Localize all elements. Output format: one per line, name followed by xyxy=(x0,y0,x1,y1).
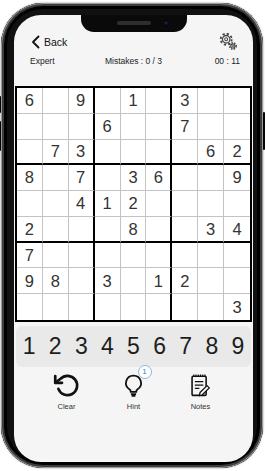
cell-r7c3[interactable] xyxy=(69,243,95,269)
clear-label: Clear xyxy=(58,402,76,411)
cell-r6c9[interactable]: 4 xyxy=(224,217,250,243)
cell-r3c7[interactable] xyxy=(172,140,198,166)
back-label: Back xyxy=(44,36,67,48)
back-button[interactable]: Back xyxy=(31,35,67,49)
cell-r4c2[interactable] xyxy=(43,165,69,191)
cell-r1c4[interactable] xyxy=(95,88,121,114)
cell-r9c3[interactable] xyxy=(69,294,95,320)
cell-r2c5[interactable] xyxy=(121,114,147,140)
cell-r4c6[interactable]: 6 xyxy=(146,165,172,191)
cell-r8c7[interactable]: 2 xyxy=(172,268,198,294)
cell-r8c8[interactable] xyxy=(198,268,224,294)
cell-r7c4[interactable] xyxy=(95,243,121,269)
cell-r9c1[interactable] xyxy=(17,294,43,320)
cell-r9c8[interactable] xyxy=(198,294,224,320)
cell-r3c3[interactable]: 3 xyxy=(69,140,95,166)
numpad-7[interactable]: 7 xyxy=(173,333,199,360)
cell-r2c7[interactable]: 7 xyxy=(172,114,198,140)
cell-r2c6[interactable] xyxy=(146,114,172,140)
cell-r8c2[interactable]: 8 xyxy=(43,268,69,294)
cell-r1c3[interactable]: 9 xyxy=(69,88,95,114)
cell-r5c3[interactable]: 4 xyxy=(69,191,95,217)
cell-r1c9[interactable] xyxy=(224,88,250,114)
cell-r2c2[interactable] xyxy=(43,114,69,140)
cell-r5c2[interactable] xyxy=(43,191,69,217)
cell-r7c2[interactable] xyxy=(43,243,69,269)
cell-r2c4[interactable]: 6 xyxy=(95,114,121,140)
cell-r4c1[interactable]: 8 xyxy=(17,165,43,191)
phone-frame: Back E xyxy=(1,3,263,468)
hint-label: Hint xyxy=(127,402,140,411)
cell-r1c5[interactable]: 1 xyxy=(121,88,147,114)
cell-r3c6[interactable] xyxy=(146,140,172,166)
cell-r3c2[interactable]: 7 xyxy=(43,140,69,166)
cell-r6c5[interactable]: 8 xyxy=(121,217,147,243)
numpad-9[interactable]: 9 xyxy=(225,333,251,360)
cell-r1c7[interactable]: 3 xyxy=(172,88,198,114)
cell-r6c3[interactable] xyxy=(69,217,95,243)
cell-r9c4[interactable] xyxy=(95,294,121,320)
cell-r6c7[interactable] xyxy=(172,217,198,243)
chevron-left-icon xyxy=(31,35,40,49)
notes-label: Notes xyxy=(191,402,211,411)
numpad-3[interactable]: 3 xyxy=(68,333,94,360)
phone-mockup: Back E xyxy=(0,0,265,471)
cell-r7c5[interactable] xyxy=(121,243,147,269)
cell-r1c6[interactable] xyxy=(146,88,172,114)
undo-arrow-icon xyxy=(53,372,80,399)
cell-r7c7[interactable] xyxy=(172,243,198,269)
cell-r4c8[interactable] xyxy=(198,165,224,191)
number-pad: 123456789 xyxy=(16,326,251,367)
cell-r7c8[interactable] xyxy=(198,243,224,269)
cell-r1c8[interactable] xyxy=(198,88,224,114)
cell-r3c1[interactable] xyxy=(17,140,43,166)
cell-r4c3[interactable]: 7 xyxy=(69,165,95,191)
cell-r5c4[interactable]: 1 xyxy=(95,191,121,217)
cell-r7c6[interactable] xyxy=(146,243,172,269)
cell-r1c2[interactable] xyxy=(43,88,69,114)
cell-r3c8[interactable]: 6 xyxy=(198,140,224,166)
status-row: Expert Mistakes : 0 / 3 00 : 11 xyxy=(14,56,253,68)
cell-r4c9[interactable]: 9 xyxy=(224,165,250,191)
cell-r5c9[interactable] xyxy=(224,191,250,217)
numpad-8[interactable]: 8 xyxy=(199,333,225,360)
sudoku-board: 69136773628736941228347983123 xyxy=(15,86,252,322)
timer: 00 : 11 xyxy=(215,56,240,66)
cell-r3c5[interactable] xyxy=(121,140,147,166)
cell-r3c9[interactable]: 2 xyxy=(224,140,250,166)
cell-r6c8[interactable]: 3 xyxy=(198,217,224,243)
numpad-2[interactable]: 2 xyxy=(42,333,68,360)
hint-button[interactable]: 1 Hint xyxy=(106,370,161,411)
cell-r5c8[interactable] xyxy=(198,191,224,217)
cell-r9c9[interactable]: 3 xyxy=(224,294,250,320)
cell-r5c6[interactable] xyxy=(146,191,172,217)
cell-r9c6[interactable] xyxy=(146,294,172,320)
cell-r2c9[interactable] xyxy=(224,114,250,140)
cell-r7c1[interactable]: 7 xyxy=(17,243,43,269)
cell-r5c1[interactable] xyxy=(17,191,43,217)
front-camera xyxy=(163,20,169,26)
cell-r8c1[interactable]: 9 xyxy=(17,268,43,294)
gears-icon xyxy=(217,31,239,53)
notes-button[interactable]: Notes xyxy=(173,370,228,411)
cell-r3c4[interactable] xyxy=(95,140,121,166)
app-screen: Back E xyxy=(14,15,253,462)
cell-r1c1[interactable]: 6 xyxy=(17,88,43,114)
cell-r4c5[interactable]: 3 xyxy=(121,165,147,191)
speaker-slot xyxy=(117,21,151,25)
cell-r8c9[interactable] xyxy=(224,268,250,294)
cell-r6c2[interactable] xyxy=(43,217,69,243)
cell-r2c8[interactable] xyxy=(198,114,224,140)
clear-button[interactable]: Clear xyxy=(39,370,94,411)
cell-r8c5[interactable] xyxy=(121,268,147,294)
cell-r6c1[interactable]: 2 xyxy=(17,217,43,243)
numpad-1[interactable]: 1 xyxy=(16,333,42,360)
cell-r7c9[interactable] xyxy=(224,243,250,269)
notch xyxy=(81,15,187,32)
numpad-5[interactable]: 5 xyxy=(120,333,146,360)
cell-r6c4[interactable] xyxy=(95,217,121,243)
numpad-4[interactable]: 4 xyxy=(94,333,120,360)
action-bar: Clear 1 Hint xyxy=(14,370,253,411)
cell-r2c1[interactable] xyxy=(17,114,43,140)
cell-r8c6[interactable]: 1 xyxy=(146,268,172,294)
cell-r2c3[interactable] xyxy=(69,114,95,140)
cell-r4c7[interactable] xyxy=(172,165,198,191)
notepad-pencil-icon xyxy=(187,372,214,399)
hint-count-badge: 1 xyxy=(138,365,152,379)
settings-button[interactable] xyxy=(217,31,239,53)
numpad-6[interactable]: 6 xyxy=(147,333,173,360)
cell-r5c7[interactable] xyxy=(172,191,198,217)
cell-r6c6[interactable] xyxy=(146,217,172,243)
cell-r9c7[interactable] xyxy=(172,294,198,320)
cell-r8c3[interactable] xyxy=(69,268,95,294)
cell-r9c5[interactable] xyxy=(121,294,147,320)
cell-r9c2[interactable] xyxy=(43,294,69,320)
cell-r5c5[interactable]: 2 xyxy=(121,191,147,217)
cell-r8c4[interactable]: 3 xyxy=(95,268,121,294)
cell-r4c4[interactable] xyxy=(95,165,121,191)
power-button xyxy=(263,112,265,150)
